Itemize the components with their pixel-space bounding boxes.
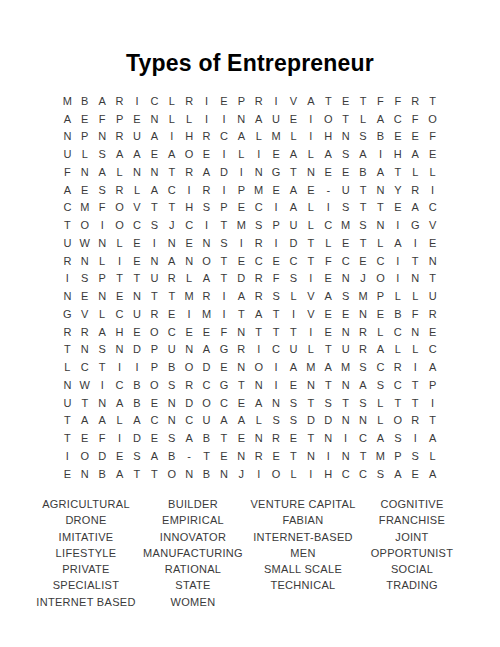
grid-cell[interactable]: I [285, 305, 302, 323]
grid-cell[interactable]: U [424, 287, 441, 305]
grid-cell[interactable]: T [111, 270, 128, 288]
grid-cell[interactable]: V [128, 199, 145, 217]
grid-cell[interactable]: T [354, 181, 371, 199]
grid-cell[interactable]: E [76, 110, 93, 128]
grid-cell[interactable]: M [180, 287, 197, 305]
grid-cell[interactable]: A [93, 92, 110, 110]
grid-cell[interactable]: M [59, 92, 76, 110]
grid-cell[interactable]: - [320, 181, 337, 199]
grid-cell[interactable]: N [424, 252, 441, 270]
grid-cell[interactable]: L [250, 412, 267, 430]
grid-cell[interactable]: N [337, 128, 354, 146]
grid-cell[interactable]: E [337, 305, 354, 323]
grid-cell[interactable]: D [215, 163, 232, 181]
grid-cell[interactable]: L [233, 145, 250, 163]
grid-cell[interactable]: I [407, 358, 424, 376]
grid-cell[interactable]: P [146, 358, 163, 376]
grid-cell[interactable]: D [180, 394, 197, 412]
grid-cell[interactable]: P [389, 447, 406, 465]
grid-cell[interactable]: I [198, 110, 215, 128]
grid-cell[interactable]: N [372, 216, 389, 234]
grid-cell[interactable]: R [180, 163, 197, 181]
grid-cell[interactable]: S [354, 394, 371, 412]
grid-cell[interactable]: R [424, 305, 441, 323]
grid-cell[interactable]: N [180, 341, 197, 359]
grid-cell[interactable]: M [354, 287, 371, 305]
grid-cell[interactable]: N [337, 376, 354, 394]
grid-cell[interactable]: C [354, 429, 371, 447]
grid-cell[interactable]: T [215, 270, 232, 288]
grid-cell[interactable]: T [215, 429, 232, 447]
grid-cell[interactable]: A [233, 128, 250, 146]
grid-cell[interactable]: T [146, 287, 163, 305]
grid-cell[interactable]: A [180, 429, 197, 447]
grid-cell[interactable]: A [233, 412, 250, 430]
grid-cell[interactable]: A [285, 358, 302, 376]
grid-cell[interactable]: C [354, 465, 371, 483]
grid-cell[interactable]: S [93, 341, 110, 359]
grid-cell[interactable]: C [59, 199, 76, 217]
grid-cell[interactable]: O [372, 270, 389, 288]
grid-cell[interactable]: I [320, 447, 337, 465]
grid-cell[interactable]: A [250, 394, 267, 412]
grid-cell[interactable]: J [163, 216, 180, 234]
grid-cell[interactable]: E [267, 447, 284, 465]
grid-cell[interactable]: E [180, 234, 197, 252]
grid-cell[interactable]: I [233, 163, 250, 181]
grid-cell[interactable]: S [337, 199, 354, 217]
grid-cell[interactable]: F [407, 305, 424, 323]
grid-cell[interactable]: I [250, 341, 267, 359]
grid-cell[interactable]: O [76, 216, 93, 234]
grid-cell[interactable]: A [285, 145, 302, 163]
grid-cell[interactable]: C [250, 199, 267, 217]
grid-cell[interactable]: A [59, 181, 76, 199]
grid-cell[interactable]: B [354, 163, 371, 181]
grid-cell[interactable]: M [250, 181, 267, 199]
grid-cell[interactable]: S [354, 128, 371, 146]
grid-cell[interactable]: A [389, 465, 406, 483]
grid-cell[interactable]: L [407, 287, 424, 305]
grid-cell[interactable]: I [389, 270, 406, 288]
grid-cell[interactable]: A [93, 163, 110, 181]
grid-cell[interactable]: I [302, 128, 319, 146]
grid-cell[interactable]: A [302, 92, 319, 110]
grid-cell[interactable]: A [354, 376, 371, 394]
grid-cell[interactable]: O [389, 412, 406, 430]
grid-cell[interactable]: T [354, 447, 371, 465]
grid-cell[interactable]: N [59, 376, 76, 394]
grid-cell[interactable]: R [163, 270, 180, 288]
grid-cell[interactable]: F [389, 92, 406, 110]
grid-cell[interactable]: A [407, 199, 424, 217]
grid-cell[interactable]: U [267, 110, 284, 128]
grid-cell[interactable]: R [198, 287, 215, 305]
grid-cell[interactable]: I [424, 181, 441, 199]
grid-cell[interactable]: E [424, 145, 441, 163]
grid-cell[interactable]: C [215, 394, 232, 412]
grid-cell[interactable]: T [163, 199, 180, 217]
grid-cell[interactable]: A [250, 305, 267, 323]
grid-cell[interactable]: T [354, 234, 371, 252]
grid-cell[interactable]: I [267, 358, 284, 376]
grid-cell[interactable]: A [372, 429, 389, 447]
grid-cell[interactable]: A [215, 412, 232, 430]
grid-cell[interactable]: T [233, 305, 250, 323]
grid-cell[interactable]: L [59, 358, 76, 376]
grid-cell[interactable]: U [146, 270, 163, 288]
grid-cell[interactable]: N [59, 128, 76, 146]
grid-cell[interactable]: I [93, 376, 110, 394]
grid-cell[interactable]: D [128, 341, 145, 359]
grid-cell[interactable]: E [267, 145, 284, 163]
grid-cell[interactable]: I [407, 429, 424, 447]
grid-cell[interactable]: D [198, 358, 215, 376]
grid-cell[interactable]: E [354, 252, 371, 270]
grid-cell[interactable]: C [389, 323, 406, 341]
grid-cell[interactable]: A [285, 199, 302, 217]
grid-cell[interactable]: T [215, 252, 232, 270]
grid-cell[interactable]: A [372, 163, 389, 181]
grid-cell[interactable]: P [93, 270, 110, 288]
grid-cell[interactable]: C [267, 341, 284, 359]
grid-cell[interactable]: N [163, 394, 180, 412]
grid-cell[interactable]: I [111, 252, 128, 270]
grid-cell[interactable]: H [180, 199, 197, 217]
grid-cell[interactable]: I [59, 447, 76, 465]
grid-cell[interactable]: L [320, 234, 337, 252]
grid-cell[interactable]: E [163, 305, 180, 323]
grid-cell[interactable]: L [372, 394, 389, 412]
grid-cell[interactable]: F [59, 163, 76, 181]
grid-cell[interactable]: M [302, 358, 319, 376]
grid-cell[interactable]: L [163, 92, 180, 110]
grid-cell[interactable]: E [146, 394, 163, 412]
grid-cell[interactable]: G [59, 305, 76, 323]
grid-cell[interactable]: N [302, 447, 319, 465]
grid-cell[interactable]: T [59, 216, 76, 234]
grid-cell[interactable]: E [285, 110, 302, 128]
grid-cell[interactable]: N [93, 287, 110, 305]
grid-cell[interactable]: N [76, 252, 93, 270]
grid-cell[interactable]: T [233, 376, 250, 394]
grid-cell[interactable]: F [424, 128, 441, 146]
grid-cell[interactable]: L [424, 447, 441, 465]
grid-cell[interactable]: R [354, 341, 371, 359]
grid-cell[interactable]: L [111, 234, 128, 252]
grid-cell[interactable]: T [354, 92, 371, 110]
grid-cell[interactable]: J [354, 270, 371, 288]
grid-cell[interactable]: W [76, 234, 93, 252]
grid-cell[interactable]: C [146, 92, 163, 110]
grid-cell[interactable]: H [111, 323, 128, 341]
grid-cell[interactable]: E [215, 447, 232, 465]
grid-cell[interactable]: E [198, 145, 215, 163]
grid-cell[interactable]: I [407, 234, 424, 252]
grid-cell[interactable]: S [267, 287, 284, 305]
grid-cell[interactable]: R [407, 181, 424, 199]
grid-cell[interactable]: N [93, 234, 110, 252]
grid-cell[interactable]: L [407, 163, 424, 181]
grid-cell[interactable]: E [233, 394, 250, 412]
grid-cell[interactable]: A [233, 287, 250, 305]
grid-cell[interactable]: T [407, 394, 424, 412]
grid-cell[interactable]: T [320, 376, 337, 394]
grid-cell[interactable]: E [76, 429, 93, 447]
grid-cell[interactable]: N [337, 270, 354, 288]
grid-cell[interactable]: L [302, 145, 319, 163]
grid-cell[interactable]: N [233, 110, 250, 128]
grid-cell[interactable]: O [163, 465, 180, 483]
grid-cell[interactable]: I [215, 110, 232, 128]
grid-cell[interactable]: B [93, 465, 110, 483]
grid-cell[interactable]: O [424, 110, 441, 128]
grid-cell[interactable]: N [76, 163, 93, 181]
grid-cell[interactable]: S [76, 270, 93, 288]
grid-cell[interactable]: R [59, 323, 76, 341]
grid-cell[interactable]: E [111, 287, 128, 305]
grid-cell[interactable]: P [146, 341, 163, 359]
grid-cell[interactable]: F [93, 429, 110, 447]
grid-cell[interactable]: E [59, 465, 76, 483]
grid-cell[interactable]: A [372, 341, 389, 359]
grid-cell[interactable]: F [372, 92, 389, 110]
grid-cell[interactable]: I [250, 465, 267, 483]
grid-cell[interactable]: A [354, 145, 371, 163]
grid-cell[interactable]: S [372, 465, 389, 483]
grid-cell[interactable]: O [320, 110, 337, 128]
grid-cell[interactable]: O [180, 145, 197, 163]
grid-cell[interactable]: N [372, 181, 389, 199]
grid-cell[interactable]: N [93, 394, 110, 412]
grid-cell[interactable]: I [320, 199, 337, 217]
grid-cell[interactable]: E [389, 128, 406, 146]
grid-cell[interactable]: C [424, 199, 441, 217]
grid-cell[interactable]: I [180, 181, 197, 199]
grid-cell[interactable]: R [267, 429, 284, 447]
grid-cell[interactable]: N [163, 412, 180, 430]
grid-cell[interactable]: C [337, 465, 354, 483]
grid-cell[interactable]: S [93, 145, 110, 163]
grid-cell[interactable]: L [180, 110, 197, 128]
grid-cell[interactable]: I [111, 358, 128, 376]
grid-cell[interactable]: A [389, 234, 406, 252]
grid-cell[interactable]: E [215, 92, 232, 110]
grid-cell[interactable]: E [111, 447, 128, 465]
grid-cell[interactable]: D [320, 412, 337, 430]
grid-cell[interactable]: R [354, 323, 371, 341]
grid-cell[interactable]: A [320, 145, 337, 163]
grid-cell[interactable]: A [146, 447, 163, 465]
grid-cell[interactable]: O [146, 376, 163, 394]
grid-cell[interactable]: I [128, 92, 145, 110]
grid-cell[interactable]: U [128, 128, 145, 146]
grid-cell[interactable]: S [285, 394, 302, 412]
grid-cell[interactable]: N [267, 394, 284, 412]
grid-cell[interactable]: A [128, 145, 145, 163]
grid-cell[interactable]: S [407, 447, 424, 465]
grid-cell[interactable]: T [59, 412, 76, 430]
grid-cell[interactable]: T [302, 394, 319, 412]
grid-cell[interactable]: T [285, 163, 302, 181]
grid-cell[interactable]: N [76, 465, 93, 483]
grid-cell[interactable]: B [198, 429, 215, 447]
grid-cell[interactable]: A [146, 128, 163, 146]
grid-cell[interactable]: T [59, 341, 76, 359]
grid-cell[interactable]: A [93, 323, 110, 341]
grid-cell[interactable]: H [180, 128, 197, 146]
grid-cell[interactable]: A [424, 465, 441, 483]
grid-cell[interactable]: A [198, 341, 215, 359]
grid-cell[interactable]: E [233, 429, 250, 447]
grid-cell[interactable]: F [215, 323, 232, 341]
grid-cell[interactable]: N [233, 447, 250, 465]
grid-cell[interactable]: L [302, 341, 319, 359]
grid-cell[interactable]: T [146, 465, 163, 483]
grid-cell[interactable]: R [76, 323, 93, 341]
grid-cell[interactable]: B [163, 447, 180, 465]
grid-cell[interactable]: N [337, 412, 354, 430]
grid-cell[interactable]: O [267, 465, 284, 483]
grid-cell[interactable]: E [407, 465, 424, 483]
grid-cell[interactable]: R [250, 447, 267, 465]
grid-cell[interactable]: N [180, 465, 197, 483]
grid-cell[interactable]: N [76, 341, 93, 359]
grid-cell[interactable]: A [59, 110, 76, 128]
grid-cell[interactable]: L [163, 110, 180, 128]
grid-cell[interactable]: T [407, 376, 424, 394]
grid-cell[interactable]: T [198, 447, 215, 465]
grid-cell[interactable]: L [93, 305, 110, 323]
grid-cell[interactable]: R [111, 128, 128, 146]
grid-cell[interactable]: E [146, 429, 163, 447]
grid-cell[interactable]: L [285, 465, 302, 483]
grid-cell[interactable]: S [354, 216, 371, 234]
grid-cell[interactable]: A [93, 412, 110, 430]
grid-cell[interactable]: I [302, 110, 319, 128]
grid-cell[interactable]: B [198, 465, 215, 483]
grid-cell[interactable]: I [250, 145, 267, 163]
grid-cell[interactable]: R [233, 341, 250, 359]
grid-cell[interactable]: N [337, 323, 354, 341]
grid-cell[interactable]: O [146, 323, 163, 341]
grid-cell[interactable]: U [337, 181, 354, 199]
grid-cell[interactable]: S [267, 412, 284, 430]
grid-cell[interactable]: O [76, 447, 93, 465]
grid-cell[interactable]: T [372, 199, 389, 217]
grid-cell[interactable]: E [302, 181, 319, 199]
grid-cell[interactable]: F [93, 199, 110, 217]
grid-cell[interactable]: A [163, 145, 180, 163]
grid-cell[interactable]: V [424, 216, 441, 234]
grid-cell[interactable]: P [424, 376, 441, 394]
grid-cell[interactable]: E [233, 252, 250, 270]
grid-cell[interactable]: A [198, 163, 215, 181]
grid-cell[interactable]: A [198, 270, 215, 288]
grid-cell[interactable]: L [180, 270, 197, 288]
grid-cell[interactable]: N [233, 323, 250, 341]
grid-cell[interactable]: L [93, 252, 110, 270]
grid-cell[interactable]: L [354, 110, 371, 128]
grid-cell[interactable]: N [354, 305, 371, 323]
grid-cell[interactable]: T [424, 412, 441, 430]
grid-cell[interactable]: C [389, 376, 406, 394]
grid-cell[interactable]: U [59, 394, 76, 412]
grid-cell[interactable]: E [267, 181, 284, 199]
grid-cell[interactable]: E [320, 270, 337, 288]
grid-cell[interactable]: A [250, 110, 267, 128]
grid-cell[interactable]: C [320, 216, 337, 234]
grid-cell[interactable]: B [128, 376, 145, 394]
grid-cell[interactable]: H [389, 145, 406, 163]
grid-cell[interactable]: A [285, 181, 302, 199]
grid-cell[interactable]: L [111, 412, 128, 430]
grid-cell[interactable]: E [128, 110, 145, 128]
grid-cell[interactable]: A [163, 252, 180, 270]
grid-cell[interactable]: T [146, 199, 163, 217]
grid-cell[interactable]: E [180, 323, 197, 341]
grid-cell[interactable]: A [128, 412, 145, 430]
grid-cell[interactable]: S [389, 429, 406, 447]
grid-cell[interactable]: E [128, 323, 145, 341]
grid-cell[interactable]: M [76, 199, 93, 217]
grid-cell[interactable]: E [337, 234, 354, 252]
grid-cell[interactable]: A [407, 145, 424, 163]
grid-cell[interactable]: D [285, 234, 302, 252]
grid-cell[interactable]: C [285, 252, 302, 270]
grid-cell[interactable]: T [302, 429, 319, 447]
grid-cell[interactable]: L [76, 145, 93, 163]
grid-cell[interactable]: A [320, 287, 337, 305]
grid-cell[interactable]: B [372, 128, 389, 146]
grid-cell[interactable]: N [163, 234, 180, 252]
grid-cell[interactable]: L [372, 412, 389, 430]
grid-cell[interactable]: T [93, 358, 110, 376]
grid-cell[interactable]: I [215, 145, 232, 163]
grid-cell[interactable]: O [198, 394, 215, 412]
grid-cell[interactable]: S [320, 394, 337, 412]
grid-cell[interactable]: N [128, 163, 145, 181]
grid-cell[interactable]: C [215, 128, 232, 146]
grid-cell[interactable]: N [215, 465, 232, 483]
grid-cell[interactable]: N [407, 270, 424, 288]
grid-cell[interactable]: A [320, 358, 337, 376]
grid-cell[interactable]: M [267, 128, 284, 146]
grid-cell[interactable]: E [337, 92, 354, 110]
grid-cell[interactable]: C [163, 181, 180, 199]
grid-cell[interactable]: T [267, 323, 284, 341]
grid-cell[interactable]: I [59, 270, 76, 288]
grid-cell[interactable]: G [215, 376, 232, 394]
grid-cell[interactable]: I [163, 128, 180, 146]
grid-cell[interactable]: V [285, 92, 302, 110]
grid-cell[interactable]: C [111, 376, 128, 394]
grid-cell[interactable]: N [146, 163, 163, 181]
grid-cell[interactable]: S [337, 145, 354, 163]
grid-cell[interactable]: N [302, 376, 319, 394]
grid-cell[interactable]: N [146, 252, 163, 270]
grid-cell[interactable]: C [163, 323, 180, 341]
grid-cell[interactable]: L [389, 287, 406, 305]
grid-cell[interactable]: T [59, 429, 76, 447]
grid-cell[interactable]: T [424, 270, 441, 288]
grid-cell[interactable]: O [250, 358, 267, 376]
grid-cell[interactable]: E [76, 287, 93, 305]
grid-cell[interactable]: M [372, 447, 389, 465]
grid-cell[interactable]: R [250, 92, 267, 110]
grid-cell[interactable]: U [198, 412, 215, 430]
grid-cell[interactable]: I [267, 199, 284, 217]
